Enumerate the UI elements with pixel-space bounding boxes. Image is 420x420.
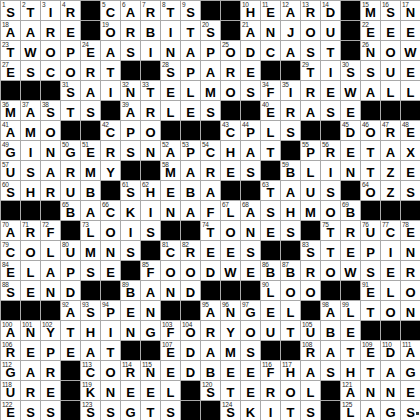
letter-cell[interactable]: B [141, 21, 161, 41]
letter-cell[interactable]: I [321, 161, 341, 181]
letter-cell[interactable]: 115N [141, 361, 161, 381]
letter-cell[interactable]: R [401, 261, 420, 281]
letter-cell[interactable]: S [81, 261, 101, 281]
letter-cell[interactable]: L [181, 81, 201, 101]
letter-cell[interactable]: A [301, 361, 321, 381]
letter-cell[interactable]: A [381, 141, 401, 161]
letter-cell[interactable]: N [141, 141, 161, 161]
letter-cell[interactable]: S [361, 61, 381, 81]
letter-cell[interactable]: O [221, 81, 241, 101]
letter-cell[interactable]: S [81, 101, 101, 121]
letter-cell[interactable]: R [221, 61, 241, 81]
letter-cell[interactable]: 56R [321, 141, 341, 161]
letter-cell[interactable]: G [121, 401, 141, 420]
letter-cell[interactable]: W [341, 81, 361, 101]
letter-cell[interactable]: P [121, 121, 141, 141]
letter-cell[interactable]: L [381, 281, 401, 301]
letter-cell[interactable]: M [221, 341, 241, 361]
letter-cell[interactable]: L [381, 81, 401, 101]
letter-cell[interactable]: T [281, 321, 301, 341]
letter-cell[interactable]: 47R [381, 121, 401, 141]
letter-cell[interactable]: K [241, 401, 261, 420]
letter-cell[interactable]: 103F [161, 321, 181, 341]
letter-cell[interactable]: 46O [361, 121, 381, 141]
letter-cell[interactable]: 75T [321, 221, 341, 241]
letter-cell[interactable]: 72F [41, 221, 61, 241]
letter-cell[interactable]: 91E [361, 281, 381, 301]
letter-cell[interactable]: U [61, 181, 81, 201]
letter-cell[interactable]: E [121, 301, 141, 321]
letter-cell[interactable]: 110D [381, 341, 401, 361]
letter-cell[interactable]: O [401, 281, 420, 301]
letter-cell[interactable]: L [161, 101, 181, 121]
letter-cell[interactable]: 96N [221, 301, 241, 321]
letter-cell[interactable]: 31S [61, 81, 81, 101]
letter-cell[interactable]: E [341, 241, 361, 261]
letter-cell[interactable]: 50G [61, 141, 81, 161]
letter-cell[interactable]: L [41, 241, 61, 261]
letter-cell[interactable]: R [141, 101, 161, 121]
letter-cell[interactable]: R [201, 161, 221, 181]
letter-cell[interactable]: S [141, 221, 161, 241]
letter-cell[interactable]: N [241, 221, 261, 241]
letter-cell[interactable]: R [101, 141, 121, 161]
letter-cell[interactable]: S [21, 61, 41, 81]
letter-cell[interactable]: 119K [81, 381, 101, 401]
letter-cell[interactable]: 87B [281, 261, 301, 281]
letter-cell[interactable]: 17N [401, 1, 420, 21]
letter-cell[interactable]: 26N [361, 41, 381, 61]
letter-cell[interactable]: T [361, 161, 381, 181]
letter-cell[interactable]: A [81, 81, 101, 101]
letter-cell[interactable]: K [121, 201, 141, 221]
letter-cell[interactable]: A [241, 141, 261, 161]
letter-cell[interactable]: E [161, 361, 181, 381]
letter-cell[interactable]: 27E [1, 61, 21, 81]
letter-cell[interactable]: R [281, 101, 301, 121]
letter-cell[interactable]: T [141, 401, 161, 420]
letter-cell[interactable]: 42C [101, 121, 121, 141]
letter-cell[interactable]: 102Y [41, 321, 61, 341]
letter-cell[interactable]: N [161, 281, 181, 301]
letter-cell[interactable]: 89B [121, 281, 141, 301]
letter-cell[interactable]: B [181, 181, 201, 201]
letter-cell[interactable]: S [321, 101, 341, 121]
letter-cell[interactable]: 54C [201, 141, 221, 161]
letter-cell[interactable]: T [261, 141, 281, 161]
letter-cell[interactable]: U [321, 21, 341, 41]
letter-cell[interactable]: H [341, 361, 361, 381]
letter-cell[interactable]: 21A [241, 21, 261, 41]
letter-cell[interactable]: X [401, 141, 420, 161]
letter-cell[interactable]: C [41, 61, 61, 81]
letter-cell[interactable]: O [301, 21, 321, 41]
letter-cell[interactable]: A [201, 61, 221, 81]
letter-cell[interactable]: 105U [301, 321, 321, 341]
letter-cell[interactable]: 76U [361, 221, 381, 241]
letter-cell[interactable]: L [401, 81, 420, 101]
letter-cell[interactable]: 69B [341, 201, 361, 221]
letter-cell[interactable]: O [101, 221, 121, 241]
letter-cell[interactable]: 90L [261, 281, 281, 301]
letter-cell[interactable]: T [361, 361, 381, 381]
letter-cell[interactable]: 97G [241, 301, 261, 321]
letter-cell[interactable]: E [401, 61, 420, 81]
letter-cell[interactable]: 66C [101, 201, 121, 221]
letter-cell[interactable]: A [361, 401, 381, 420]
letter-cell[interactable]: E [261, 221, 281, 241]
letter-cell[interactable]: S [301, 401, 321, 420]
letter-cell[interactable]: 61S [121, 181, 141, 201]
letter-cell[interactable]: H [21, 181, 41, 201]
letter-cell[interactable]: O [41, 121, 61, 141]
letter-cell[interactable]: N [101, 381, 121, 401]
letter-cell[interactable]: E [221, 241, 241, 261]
letter-cell[interactable]: A [301, 101, 321, 121]
letter-cell[interactable]: 86B [261, 261, 281, 281]
letter-cell[interactable]: 77C [381, 221, 401, 241]
letter-cell[interactable]: 113C [81, 361, 101, 381]
letter-cell[interactable]: 111A [401, 341, 420, 361]
letter-cell[interactable]: P [41, 341, 61, 361]
letter-cell[interactable]: 109E [361, 341, 381, 361]
letter-cell[interactable]: L [161, 381, 181, 401]
letter-cell[interactable]: S [41, 401, 61, 420]
letter-cell[interactable]: 36M [1, 101, 21, 121]
letter-cell[interactable]: S [281, 221, 301, 241]
letter-cell[interactable]: 22E [361, 21, 381, 41]
letter-cell[interactable]: 85F [141, 261, 161, 281]
letter-cell[interactable]: 23T [1, 41, 21, 61]
letter-cell[interactable]: 106R [1, 341, 21, 361]
letter-cell[interactable]: S [281, 121, 301, 141]
letter-cell[interactable]: N [41, 281, 61, 301]
letter-cell[interactable]: R [301, 81, 321, 101]
letter-cell[interactable]: E [121, 381, 141, 401]
letter-cell[interactable]: G [141, 321, 161, 341]
letter-cell[interactable]: W [21, 41, 41, 61]
letter-cell[interactable]: 7R [141, 1, 161, 21]
letter-cell[interactable]: I [141, 201, 161, 221]
letter-cell[interactable]: A [281, 181, 301, 201]
letter-cell[interactable]: 19O [101, 21, 121, 41]
letter-cell[interactable]: E [261, 301, 281, 321]
letter-cell[interactable]: A [41, 161, 61, 181]
letter-cell[interactable]: 25O [221, 41, 241, 61]
letter-cell[interactable]: E [41, 381, 61, 401]
letter-cell[interactable]: O [301, 281, 321, 301]
letter-cell[interactable]: 35I [281, 81, 301, 101]
letter-cell[interactable]: 63T [261, 181, 281, 201]
letter-cell[interactable]: 16S [381, 1, 401, 21]
letter-cell[interactable]: S [201, 101, 221, 121]
letter-cell[interactable]: 48E [401, 121, 420, 141]
letter-cell[interactable]: T [101, 341, 121, 361]
letter-cell[interactable]: T [221, 381, 241, 401]
letter-cell[interactable]: I [21, 141, 41, 161]
letter-cell[interactable]: 74T [201, 221, 221, 241]
letter-cell[interactable]: 18A [1, 21, 21, 41]
letter-cell[interactable]: A [321, 341, 341, 361]
letter-cell[interactable]: A [21, 21, 41, 41]
letter-cell[interactable]: O [101, 361, 121, 381]
letter-cell[interactable]: G [401, 361, 420, 381]
letter-cell[interactable]: 37A [21, 101, 41, 121]
letter-cell[interactable]: 45D [341, 121, 361, 141]
letter-cell[interactable]: T [181, 21, 201, 41]
letter-cell[interactable]: E [381, 261, 401, 281]
letter-cell[interactable]: E [401, 21, 420, 41]
letter-cell[interactable]: 10H [241, 1, 261, 21]
letter-cell[interactable]: 104O [181, 321, 201, 341]
letter-cell[interactable]: 107E [161, 341, 181, 361]
letter-cell[interactable]: O [141, 121, 161, 141]
letter-cell[interactable]: C [261, 41, 281, 61]
letter-cell[interactable]: 34F [261, 81, 281, 101]
letter-cell[interactable]: E [161, 181, 181, 201]
letter-cell[interactable]: U [261, 321, 281, 341]
letter-cell[interactable]: S [21, 401, 41, 420]
letter-cell[interactable]: B [81, 181, 101, 201]
letter-cell[interactable]: 14D [321, 1, 341, 21]
letter-cell[interactable]: N [341, 161, 361, 181]
letter-cell[interactable]: 88S [1, 281, 21, 301]
letter-cell[interactable]: U [301, 181, 321, 201]
letter-cell[interactable]: R [41, 181, 61, 201]
letter-cell[interactable]: H [81, 321, 101, 341]
letter-cell[interactable]: A [181, 41, 201, 61]
letter-cell[interactable]: A [201, 181, 221, 201]
letter-cell[interactable]: E [161, 81, 181, 101]
letter-cell[interactable]: E [401, 161, 420, 181]
letter-cell[interactable]: I [141, 41, 161, 61]
letter-cell[interactable]: J [281, 21, 301, 41]
letter-cell[interactable]: 81C [161, 241, 181, 261]
letter-cell[interactable]: L [301, 161, 321, 181]
letter-cell[interactable]: 122E [1, 401, 21, 420]
letter-cell[interactable]: 108R [301, 341, 321, 361]
letter-cell[interactable]: E [21, 281, 41, 301]
letter-cell[interactable]: M [81, 241, 101, 261]
letter-cell[interactable]: 125L [341, 401, 361, 420]
letter-cell[interactable]: 84E [1, 261, 21, 281]
letter-cell[interactable]: S [301, 41, 321, 61]
letter-cell[interactable]: E [241, 61, 261, 81]
letter-cell[interactable]: A [101, 41, 121, 61]
letter-cell[interactable]: E [341, 141, 361, 161]
letter-cell[interactable]: L [261, 121, 281, 141]
letter-cell[interactable]: M [81, 161, 101, 181]
letter-cell[interactable]: O [21, 241, 41, 261]
letter-cell[interactable]: O [61, 61, 81, 81]
letter-cell[interactable]: E [241, 381, 261, 401]
letter-cell[interactable]: A [181, 201, 201, 221]
letter-cell[interactable]: O [281, 281, 301, 301]
letter-cell[interactable]: T [321, 41, 341, 61]
letter-cell[interactable]: S [241, 161, 261, 181]
letter-cell[interactable]: 49G [1, 141, 21, 161]
letter-cell[interactable]: 57U [1, 161, 21, 181]
letter-cell[interactable]: E [381, 21, 401, 41]
letter-cell[interactable]: Z [381, 161, 401, 181]
letter-cell[interactable]: S [21, 161, 41, 181]
letter-cell[interactable]: O [221, 221, 241, 241]
letter-cell[interactable]: A [181, 161, 201, 181]
letter-cell[interactable]: 82R [181, 241, 201, 261]
letter-cell[interactable]: B [321, 321, 341, 341]
letter-cell[interactable]: Y [221, 321, 241, 341]
letter-cell[interactable]: 24E [81, 41, 101, 61]
letter-cell[interactable]: P [61, 41, 81, 61]
letter-cell[interactable]: R [301, 261, 321, 281]
letter-cell[interactable]: D [181, 361, 201, 381]
letter-cell[interactable]: E [21, 341, 41, 361]
letter-cell[interactable]: 28S [161, 61, 181, 81]
letter-cell[interactable]: 71R [21, 221, 41, 241]
letter-cell[interactable]: U [381, 61, 401, 81]
letter-cell[interactable]: 51E [81, 141, 101, 161]
letter-cell[interactable]: W [341, 261, 361, 281]
letter-cell[interactable]: D [201, 261, 221, 281]
letter-cell[interactable]: P [201, 41, 221, 61]
letter-cell[interactable]: P [181, 61, 201, 81]
letter-cell[interactable]: 52A [161, 141, 181, 161]
letter-cell[interactable]: 114R [121, 361, 141, 381]
letter-cell[interactable]: 8T [161, 1, 181, 21]
letter-cell[interactable]: T [361, 301, 381, 321]
letter-cell[interactable]: S [241, 241, 261, 261]
letter-cell[interactable]: N [141, 301, 161, 321]
letter-cell[interactable]: I [121, 221, 141, 241]
letter-cell[interactable]: S [241, 341, 261, 361]
letter-cell[interactable]: R [41, 21, 61, 41]
letter-cell[interactable]: 60S [1, 181, 21, 201]
letter-cell[interactable]: 67L [221, 201, 241, 221]
letter-cell[interactable]: M [201, 81, 221, 101]
letter-cell[interactable]: 55P [301, 141, 321, 161]
letter-cell[interactable]: E [181, 101, 201, 121]
letter-cell[interactable]: W [401, 41, 420, 61]
letter-cell[interactable]: S [361, 261, 381, 281]
letter-cell[interactable]: 12A [281, 1, 301, 21]
letter-cell[interactable]: P [61, 261, 81, 281]
letter-cell[interactable]: O [161, 261, 181, 281]
letter-cell[interactable]: E [61, 21, 81, 41]
letter-cell[interactable]: 92A [61, 301, 81, 321]
letter-cell[interactable]: 20S [201, 21, 221, 41]
letter-cell[interactable]: 112G [1, 361, 21, 381]
letter-cell[interactable]: A [21, 361, 41, 381]
letter-cell[interactable]: 78E [401, 221, 420, 241]
letter-cell[interactable]: A [201, 341, 221, 361]
letter-cell[interactable]: H [281, 201, 301, 221]
letter-cell[interactable]: S [161, 401, 181, 420]
letter-cell[interactable]: M [301, 201, 321, 221]
letter-cell[interactable]: 15M [361, 1, 381, 21]
letter-cell[interactable]: E [221, 161, 241, 181]
letter-cell[interactable]: 83S [301, 241, 321, 261]
letter-cell[interactable]: T [321, 241, 341, 261]
letter-cell[interactable]: 68A [241, 201, 261, 221]
letter-cell[interactable]: 95A [201, 301, 221, 321]
letter-cell[interactable]: O [321, 261, 341, 281]
letter-cell[interactable]: S [401, 401, 420, 420]
letter-cell[interactable]: 11E [261, 1, 281, 21]
letter-cell[interactable]: G [381, 401, 401, 420]
letter-cell[interactable]: E [101, 261, 121, 281]
letter-cell[interactable]: E [141, 381, 161, 401]
letter-cell[interactable]: Y [101, 161, 121, 181]
letter-cell[interactable]: 99L [341, 301, 361, 321]
letter-cell[interactable]: 93S [81, 301, 101, 321]
letter-cell[interactable]: T [341, 341, 361, 361]
letter-cell[interactable]: 117H [281, 361, 301, 381]
letter-cell[interactable]: L [301, 381, 321, 401]
letter-cell[interactable]: R [41, 361, 61, 381]
letter-cell[interactable]: N [361, 381, 381, 401]
letter-cell[interactable]: 3I [41, 1, 61, 21]
letter-cell[interactable]: N [401, 301, 420, 321]
letter-cell[interactable]: 44P [241, 121, 261, 141]
letter-cell[interactable]: 9S [181, 1, 201, 21]
letter-cell[interactable]: I [101, 321, 121, 341]
letter-cell[interactable]: D [181, 341, 201, 361]
letter-cell[interactable]: 33T [141, 81, 161, 101]
letter-cell[interactable]: D [61, 281, 81, 301]
letter-cell[interactable]: R [121, 21, 141, 41]
letter-cell[interactable]: D [241, 41, 261, 61]
letter-cell[interactable]: T [101, 61, 121, 81]
letter-cell[interactable]: 64O [361, 181, 381, 201]
letter-cell[interactable]: T [61, 321, 81, 341]
letter-cell[interactable]: 80U [61, 241, 81, 261]
letter-cell[interactable]: O [241, 321, 261, 341]
letter-cell[interactable]: W [221, 261, 241, 281]
letter-cell[interactable]: 121A [341, 381, 361, 401]
letter-cell[interactable]: E [321, 81, 341, 101]
letter-cell[interactable]: 73L [81, 221, 101, 241]
letter-cell[interactable]: S [121, 241, 141, 261]
letter-cell[interactable]: 79C [1, 241, 21, 261]
letter-cell[interactable]: 118U [1, 381, 21, 401]
letter-cell[interactable]: S [121, 41, 141, 61]
letter-cell[interactable]: 2T [21, 1, 41, 21]
letter-cell[interactable]: 32N [121, 81, 141, 101]
letter-cell[interactable]: F [201, 201, 221, 221]
letter-cell[interactable]: A [281, 41, 301, 61]
letter-cell[interactable]: E [341, 321, 361, 341]
letter-cell[interactable]: 13R [301, 1, 321, 21]
letter-cell[interactable]: E [201, 241, 221, 261]
letter-cell[interactable]: P [361, 241, 381, 261]
letter-cell[interactable]: I [261, 401, 281, 420]
letter-cell[interactable]: O [381, 41, 401, 61]
letter-cell[interactable]: T [61, 101, 81, 121]
letter-cell[interactable]: 4R [61, 1, 81, 21]
letter-cell[interactable]: 124S [221, 401, 241, 420]
letter-cell[interactable]: M [21, 121, 41, 141]
letter-cell[interactable]: A [81, 341, 101, 361]
letter-cell[interactable]: 94P [101, 301, 121, 321]
letter-cell[interactable]: S [261, 201, 281, 221]
letter-cell[interactable]: 1S [1, 1, 21, 21]
letter-cell[interactable]: 70A [1, 221, 21, 241]
letter-cell[interactable]: N [41, 141, 61, 161]
letter-cell[interactable]: D [181, 281, 201, 301]
letter-cell[interactable]: 62H [141, 181, 161, 201]
letter-cell[interactable]: R [81, 61, 101, 81]
letter-cell[interactable]: 40E [261, 101, 281, 121]
